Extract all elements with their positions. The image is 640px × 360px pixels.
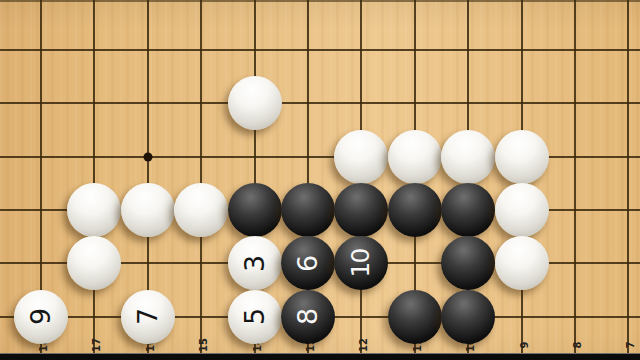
board-edge-line xyxy=(0,0,640,2)
move-number: 3 xyxy=(241,255,268,272)
coordinate-label: 7 xyxy=(625,342,636,349)
stone-black xyxy=(441,236,495,290)
stone-white xyxy=(228,76,282,130)
grid-vline-8 xyxy=(574,0,576,353)
stone-black xyxy=(334,183,388,237)
move-number: 5 xyxy=(241,308,268,325)
stone-white xyxy=(495,183,549,237)
coordinate-label: 8 xyxy=(572,342,583,349)
stone-white: 7 xyxy=(121,290,175,344)
coordinate-label: 12 xyxy=(358,338,369,352)
stone-white xyxy=(121,183,175,237)
stone-black: 10 xyxy=(334,236,388,290)
stone-white xyxy=(441,130,495,184)
coordinate-label: 15 xyxy=(198,338,209,352)
star-point xyxy=(143,152,152,161)
stone-black xyxy=(441,290,495,344)
stone-white xyxy=(67,236,121,290)
coordinate-label: 17 xyxy=(91,338,102,352)
letterbox-bar xyxy=(0,353,640,360)
stone-white xyxy=(67,183,121,237)
stone-black xyxy=(388,183,442,237)
stone-white: 5 xyxy=(228,290,282,344)
grid-hline-r2 xyxy=(0,102,640,104)
stone-white xyxy=(495,236,549,290)
stone-black: 6 xyxy=(281,236,335,290)
stone-white xyxy=(495,130,549,184)
grid-hline-r1 xyxy=(0,49,640,51)
go-board[interactable]: 181716151413121110987 36109758 xyxy=(0,0,640,360)
stone-black xyxy=(281,183,335,237)
stone-white: 3 xyxy=(228,236,282,290)
grid-vline-15 xyxy=(200,0,202,353)
stone-white: 9 xyxy=(14,290,68,344)
stone-white xyxy=(334,130,388,184)
grid-vline-7 xyxy=(627,0,629,353)
video-frame: 181716151413121110987 36109758 xyxy=(0,0,640,360)
move-number: 9 xyxy=(28,308,55,325)
stone-black xyxy=(441,183,495,237)
coordinate-label: 9 xyxy=(518,342,529,349)
move-number: 8 xyxy=(295,308,322,325)
move-number: 6 xyxy=(295,255,322,272)
stone-black xyxy=(228,183,282,237)
stone-white xyxy=(388,130,442,184)
move-number: 10 xyxy=(349,249,374,277)
grid-vline-17 xyxy=(93,0,95,353)
move-number: 7 xyxy=(134,308,161,325)
stone-black: 8 xyxy=(281,290,335,344)
stone-black xyxy=(388,290,442,344)
stone-white xyxy=(174,183,228,237)
